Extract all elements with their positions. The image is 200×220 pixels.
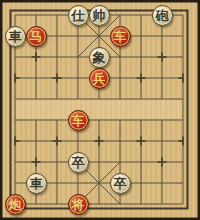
piece-red-pawn[interactable]: 兵 — [89, 68, 110, 89]
board-point[interactable] — [5, 152, 26, 173]
board-point[interactable] — [110, 68, 131, 89]
board-point[interactable] — [131, 26, 152, 47]
board-point[interactable] — [173, 173, 194, 194]
board-point[interactable]: 炮 — [5, 194, 26, 215]
board-point[interactable] — [68, 26, 89, 47]
board-point[interactable] — [131, 152, 152, 173]
board-point[interactable]: 车 — [68, 110, 89, 131]
xiangqi-board[interactable]: 仕帅砲車马车象兵车卒車卒炮将 — [0, 0, 200, 220]
board-point[interactable] — [152, 47, 173, 68]
board-point[interactable]: 帅 — [89, 5, 110, 26]
board-point[interactable] — [89, 110, 110, 131]
piece-red-chariot[interactable]: 车 — [110, 26, 131, 47]
board-point[interactable] — [110, 194, 131, 215]
piece-red-general[interactable]: 将 — [68, 194, 89, 215]
board-point[interactable]: 仕 — [68, 5, 89, 26]
piece-red-cannon[interactable]: 炮 — [5, 194, 26, 215]
piece-white-pawn[interactable]: 卒 — [68, 152, 89, 173]
board-point[interactable] — [5, 131, 26, 152]
board-point[interactable] — [89, 131, 110, 152]
board-point[interactable] — [110, 89, 131, 110]
board-point[interactable] — [47, 194, 68, 215]
board-point[interactable] — [131, 68, 152, 89]
board-point[interactable] — [131, 173, 152, 194]
board-point[interactable] — [173, 5, 194, 26]
piece-white-pawn[interactable]: 卒 — [110, 173, 131, 194]
board-point[interactable] — [110, 5, 131, 26]
board-point[interactable] — [47, 173, 68, 194]
board-point[interactable] — [131, 5, 152, 26]
board-point[interactable] — [5, 89, 26, 110]
board-point[interactable]: 兵 — [89, 68, 110, 89]
board-point[interactable] — [89, 26, 110, 47]
board-point[interactable] — [47, 26, 68, 47]
board-point[interactable] — [173, 89, 194, 110]
piece-white-chariot[interactable]: 車 — [26, 173, 47, 194]
board-point[interactable] — [110, 110, 131, 131]
board-point[interactable] — [173, 131, 194, 152]
board-point[interactable] — [173, 26, 194, 47]
board-point[interactable] — [173, 194, 194, 215]
board-point[interactable] — [47, 5, 68, 26]
board-point[interactable] — [173, 110, 194, 131]
board-point[interactable] — [89, 194, 110, 215]
board-point[interactable] — [152, 26, 173, 47]
board-point[interactable] — [5, 173, 26, 194]
board-point[interactable] — [26, 152, 47, 173]
board-point[interactable]: 将 — [68, 194, 89, 215]
piece-white-chariot[interactable]: 車 — [5, 26, 26, 47]
board-point[interactable] — [131, 47, 152, 68]
board-point[interactable] — [68, 47, 89, 68]
board-point[interactable] — [131, 110, 152, 131]
board-point[interactable] — [173, 47, 194, 68]
piece-red-chariot[interactable]: 车 — [68, 110, 89, 131]
board-point[interactable] — [131, 89, 152, 110]
board-point[interactable] — [131, 194, 152, 215]
board-point[interactable] — [152, 89, 173, 110]
board-point[interactable] — [68, 173, 89, 194]
board-point[interactable] — [26, 194, 47, 215]
board-point[interactable] — [26, 47, 47, 68]
board-point[interactable] — [5, 47, 26, 68]
board-point[interactable]: 车 — [110, 26, 131, 47]
board-point[interactable] — [152, 131, 173, 152]
board-point[interactable]: 象 — [89, 47, 110, 68]
piece-white-elephant[interactable]: 象 — [89, 47, 110, 68]
board-point[interactable] — [68, 131, 89, 152]
board-point[interactable] — [26, 5, 47, 26]
piece-white-cannon[interactable]: 砲 — [152, 5, 173, 26]
board-point[interactable] — [26, 68, 47, 89]
board-point[interactable] — [152, 152, 173, 173]
board-point[interactable] — [5, 110, 26, 131]
board-point[interactable] — [47, 47, 68, 68]
board-point[interactable] — [26, 110, 47, 131]
board-point[interactable] — [173, 152, 194, 173]
board-point[interactable] — [47, 110, 68, 131]
board-point[interactable] — [26, 89, 47, 110]
board-point[interactable] — [5, 68, 26, 89]
piece-white-advisor[interactable]: 仕 — [68, 5, 89, 26]
board-point[interactable] — [89, 89, 110, 110]
board-point[interactable]: 卒 — [68, 152, 89, 173]
board-point[interactable] — [47, 131, 68, 152]
board-point[interactable] — [68, 68, 89, 89]
board-point[interactable]: 車 — [26, 173, 47, 194]
board-points: 仕帅砲車马车象兵车卒車卒炮将 — [5, 5, 194, 215]
board-point[interactable]: 車 — [5, 26, 26, 47]
board-point[interactable] — [152, 194, 173, 215]
board-point[interactable] — [110, 131, 131, 152]
board-point[interactable] — [5, 5, 26, 26]
board-point[interactable] — [89, 152, 110, 173]
board-point[interactable] — [110, 152, 131, 173]
board-point[interactable] — [152, 173, 173, 194]
board-point[interactable] — [173, 68, 194, 89]
board-point[interactable] — [152, 68, 173, 89]
board-point[interactable]: 卒 — [110, 173, 131, 194]
board-point[interactable] — [68, 89, 89, 110]
board-point[interactable] — [47, 68, 68, 89]
board-point[interactable]: 砲 — [152, 5, 173, 26]
board-point[interactable] — [47, 152, 68, 173]
board-point[interactable] — [89, 173, 110, 194]
board-point[interactable] — [131, 131, 152, 152]
piece-red-horse[interactable]: 马 — [26, 26, 47, 47]
board-point[interactable] — [26, 131, 47, 152]
board-point[interactable]: 马 — [26, 26, 47, 47]
board-point[interactable] — [47, 89, 68, 110]
piece-white-general[interactable]: 帅 — [89, 5, 110, 26]
board-point[interactable] — [152, 110, 173, 131]
board-point[interactable] — [110, 47, 131, 68]
